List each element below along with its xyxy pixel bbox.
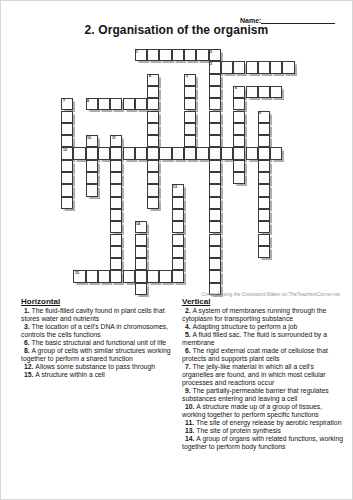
grid-cell[interactable] — [233, 98, 245, 110]
grid-cell[interactable] — [246, 86, 258, 98]
grid-cell[interactable] — [258, 221, 270, 233]
grid-cell[interactable] — [110, 184, 122, 196]
grid-cell[interactable] — [184, 123, 196, 135]
horizontal-heading: Horizontal — [21, 298, 179, 306]
grid-cell[interactable] — [147, 98, 159, 110]
grid-cell[interactable] — [233, 147, 245, 159]
grid-cell[interactable] — [258, 86, 270, 98]
clue-item: 5. A fluid filled sac. The fluid is surr… — [182, 331, 345, 347]
grid-cell[interactable] — [172, 258, 184, 270]
grid-cell[interactable]: 3 — [209, 61, 221, 73]
grid-cell[interactable] — [135, 270, 147, 282]
grid-cell[interactable]: 8 — [86, 98, 98, 110]
grid-cell[interactable] — [270, 147, 282, 159]
grid-cell[interactable] — [172, 246, 184, 258]
clue-item: 7. The jelly-like material in which all … — [182, 363, 345, 387]
grid-cell[interactable] — [258, 197, 270, 209]
grid-cell[interactable] — [61, 135, 73, 147]
grid-cell[interactable]: 6 — [233, 86, 245, 98]
grid-cell[interactable]: 5 — [184, 74, 196, 86]
grid-cell[interactable] — [209, 172, 221, 184]
grid-cell[interactable] — [147, 197, 159, 209]
grid-cell[interactable] — [209, 270, 221, 282]
grid-cell[interactable] — [135, 98, 147, 110]
grid-cell[interactable]: 7 — [61, 98, 73, 110]
grid-cell[interactable] — [172, 270, 184, 282]
grid-cell[interactable] — [209, 197, 221, 209]
grid-cell[interactable] — [172, 147, 184, 159]
grid-cell[interactable] — [86, 172, 98, 184]
grid-cell[interactable] — [258, 147, 270, 159]
clue-number: 7 — [63, 99, 65, 103]
grid-cell[interactable] — [209, 258, 221, 270]
grid-cell[interactable] — [147, 270, 159, 282]
grid-cell[interactable] — [123, 147, 135, 159]
grid-cell[interactable] — [258, 123, 270, 135]
grid-cell[interactable] — [159, 147, 171, 159]
grid-cell[interactable] — [233, 135, 245, 147]
grid-cell[interactable] — [110, 147, 122, 159]
grid-cell[interactable] — [98, 98, 110, 110]
grid-cell[interactable] — [147, 86, 159, 98]
grid-cell[interactable] — [86, 160, 98, 172]
grid-cell[interactable] — [159, 49, 171, 61]
crossword-grid: 123456789101112131415 — [61, 49, 295, 295]
grid-cell[interactable] — [110, 98, 122, 110]
grid-cell[interactable] — [147, 160, 159, 172]
grid-cell[interactable]: 15 — [73, 270, 85, 282]
grid-cell[interactable] — [209, 74, 221, 86]
grid-cell[interactable] — [110, 209, 122, 221]
grid-cell[interactable] — [172, 209, 184, 221]
grid-cell[interactable] — [61, 160, 73, 172]
vertical-clues: Vertical 2. A system of membranes runnin… — [182, 298, 345, 451]
grid-cell[interactable] — [147, 147, 159, 159]
clue-item: 12. Allows some substance to pass throug… — [21, 363, 179, 371]
grid-cell[interactable] — [270, 61, 282, 73]
grid-cell[interactable] — [61, 123, 73, 135]
grid-cell[interactable]: 10 — [86, 135, 98, 147]
grid-cell[interactable] — [184, 135, 196, 147]
clue-item: 6. The rigid external coat made of cellu… — [182, 347, 345, 363]
grid-cell[interactable] — [209, 86, 221, 98]
vertical-heading: Vertical — [182, 298, 345, 306]
grid-cell[interactable] — [270, 86, 282, 98]
grid-cell[interactable] — [184, 86, 196, 98]
grid-cell[interactable] — [147, 49, 159, 61]
clue-item: 9. The partially-permeable barrier that … — [182, 387, 345, 403]
grid-cell[interactable] — [110, 197, 122, 209]
grid-cell[interactable] — [110, 258, 122, 270]
clue-number: 8 — [87, 99, 89, 103]
vertical-clues-list: 2. A system of membranes running through… — [182, 307, 345, 451]
grid-cell[interactable] — [209, 160, 221, 172]
clue-number: 9 — [259, 111, 261, 115]
grid-cell[interactable]: 9 — [258, 111, 270, 123]
grid-cell[interactable] — [209, 135, 221, 147]
clue-number: 14 — [136, 222, 140, 226]
clue-number: 11 — [112, 136, 116, 140]
grid-cell[interactable] — [135, 147, 147, 159]
clue-item: 2. A system of membranes running through… — [182, 307, 345, 323]
grid-cell[interactable] — [233, 172, 245, 184]
grid-cell[interactable] — [233, 61, 245, 73]
grid-cell[interactable] — [61, 172, 73, 184]
grid-cell[interactable] — [123, 98, 135, 110]
grid-cell[interactable] — [258, 246, 270, 258]
clue-number: 13 — [173, 185, 177, 189]
clue-item: 6. The basic structural and functional u… — [21, 339, 179, 347]
grid-cell[interactable] — [184, 111, 196, 123]
clue-number: 10 — [87, 136, 91, 140]
grid-cell[interactable]: 13 — [172, 184, 184, 196]
grid-cell[interactable] — [98, 270, 110, 282]
grid-cell[interactable] — [184, 49, 196, 61]
grid-cell[interactable] — [258, 172, 270, 184]
grid-cell[interactable] — [135, 234, 147, 246]
clue-number: 6 — [235, 86, 237, 90]
grid-cell[interactable] — [184, 98, 196, 110]
grid-cell[interactable] — [209, 209, 221, 221]
clue-number: 1 — [136, 50, 138, 54]
grid-cell[interactable] — [233, 160, 245, 172]
grid-cell[interactable] — [209, 147, 221, 159]
grid-cell[interactable] — [135, 258, 147, 270]
grid-cell[interactable] — [209, 234, 221, 246]
grid-cell[interactable] — [233, 123, 245, 135]
grid-cell[interactable] — [209, 221, 221, 233]
clue-item: 10. A structure made up of a group of ti… — [182, 403, 345, 419]
grid-cell[interactable] — [258, 160, 270, 172]
grid-cell[interactable] — [110, 172, 122, 184]
grid-cell[interactable] — [246, 61, 258, 73]
grid-cell[interactable] — [123, 270, 135, 282]
clue-item: 3. The location of a cell's DNA in chrom… — [21, 323, 179, 339]
grid-cell[interactable] — [282, 61, 294, 73]
grid-cell[interactable] — [110, 246, 122, 258]
grid-cell[interactable] — [61, 111, 73, 123]
clue-number: 12 — [63, 148, 67, 152]
grid-cell[interactable] — [86, 270, 98, 282]
grid-cell[interactable]: 1 — [135, 49, 147, 61]
grid-cell[interactable] — [209, 246, 221, 258]
grid-cell[interactable] — [147, 184, 159, 196]
grid-cell[interactable] — [110, 270, 122, 282]
grid-cell[interactable] — [172, 49, 184, 61]
grid-cell[interactable] — [233, 111, 245, 123]
grid-cell[interactable] — [221, 147, 233, 159]
grid-cell[interactable] — [147, 123, 159, 135]
clue-item: 15. A structure within a cell — [21, 371, 179, 379]
grid-cell[interactable] — [61, 184, 73, 196]
grid-cell[interactable] — [110, 160, 122, 172]
grid-cell[interactable] — [147, 135, 159, 147]
worksheet-page: Name: 2. Organisation of the organism 12… — [0, 0, 353, 500]
grid-cell[interactable] — [184, 147, 196, 159]
grid-cell[interactable] — [209, 98, 221, 110]
grid-cell[interactable]: 4 — [147, 74, 159, 86]
clue-item: 4. Adapting structure to perform a job — [182, 323, 345, 331]
clue-item: 13. The site of protein synthesis — [182, 427, 345, 435]
grid-cell[interactable] — [135, 246, 147, 258]
grid-cell[interactable] — [196, 147, 208, 159]
grid-cell[interactable] — [209, 123, 221, 135]
horizontal-clues-list: 1. The fluid-filled cavity found in plan… — [21, 307, 179, 379]
clue-number: 2 — [210, 50, 212, 54]
clue-item: 8. A group of cells with similar structu… — [21, 347, 179, 363]
grid-cell[interactable] — [172, 234, 184, 246]
grid-cell[interactable] — [258, 234, 270, 246]
grid-cell[interactable] — [147, 111, 159, 123]
grid-cell[interactable]: 2 — [209, 49, 221, 61]
clue-number: 5 — [186, 74, 188, 78]
grid-cell[interactable] — [221, 61, 233, 73]
grid-cell[interactable] — [86, 147, 98, 159]
grid-cell[interactable] — [258, 209, 270, 221]
grid-cell[interactable] — [73, 147, 85, 159]
clue-item: 14. A group of organs with related funct… — [182, 435, 345, 451]
grid-cell[interactable] — [196, 49, 208, 61]
page-title: 2. Organisation of the organism — [1, 23, 352, 37]
clue-number: 4 — [149, 74, 151, 78]
grid-cell[interactable]: 11 — [110, 135, 122, 147]
grid-cell[interactable] — [98, 147, 110, 159]
grid-cell[interactable] — [110, 234, 122, 246]
grid-cell[interactable] — [110, 221, 122, 233]
grid-cell[interactable] — [159, 270, 171, 282]
grid-cell[interactable] — [147, 172, 159, 184]
grid-cell[interactable] — [209, 184, 221, 196]
grid-cell[interactable]: 14 — [135, 221, 147, 233]
grid-cell[interactable]: 12 — [61, 147, 73, 159]
grid-cell[interactable] — [172, 197, 184, 209]
grid-cell[interactable] — [258, 61, 270, 73]
grid-cell[interactable] — [209, 111, 221, 123]
clue-number: 15 — [75, 271, 79, 275]
grid-cell[interactable] — [61, 197, 73, 209]
clue-item: 1. The fluid-filled cavity found in plan… — [21, 307, 179, 323]
grid-cell[interactable] — [172, 221, 184, 233]
clue-number: 3 — [210, 62, 212, 66]
grid-cell[interactable] — [246, 147, 258, 159]
clue-item: 11. The site of energy release by aerobi… — [182, 419, 345, 427]
grid-cell[interactable] — [86, 184, 98, 196]
horizontal-clues: Horizontal 1. The fluid-filled cavity fo… — [21, 298, 179, 379]
grid-cell[interactable] — [258, 135, 270, 147]
grid-cell[interactable] — [258, 184, 270, 196]
